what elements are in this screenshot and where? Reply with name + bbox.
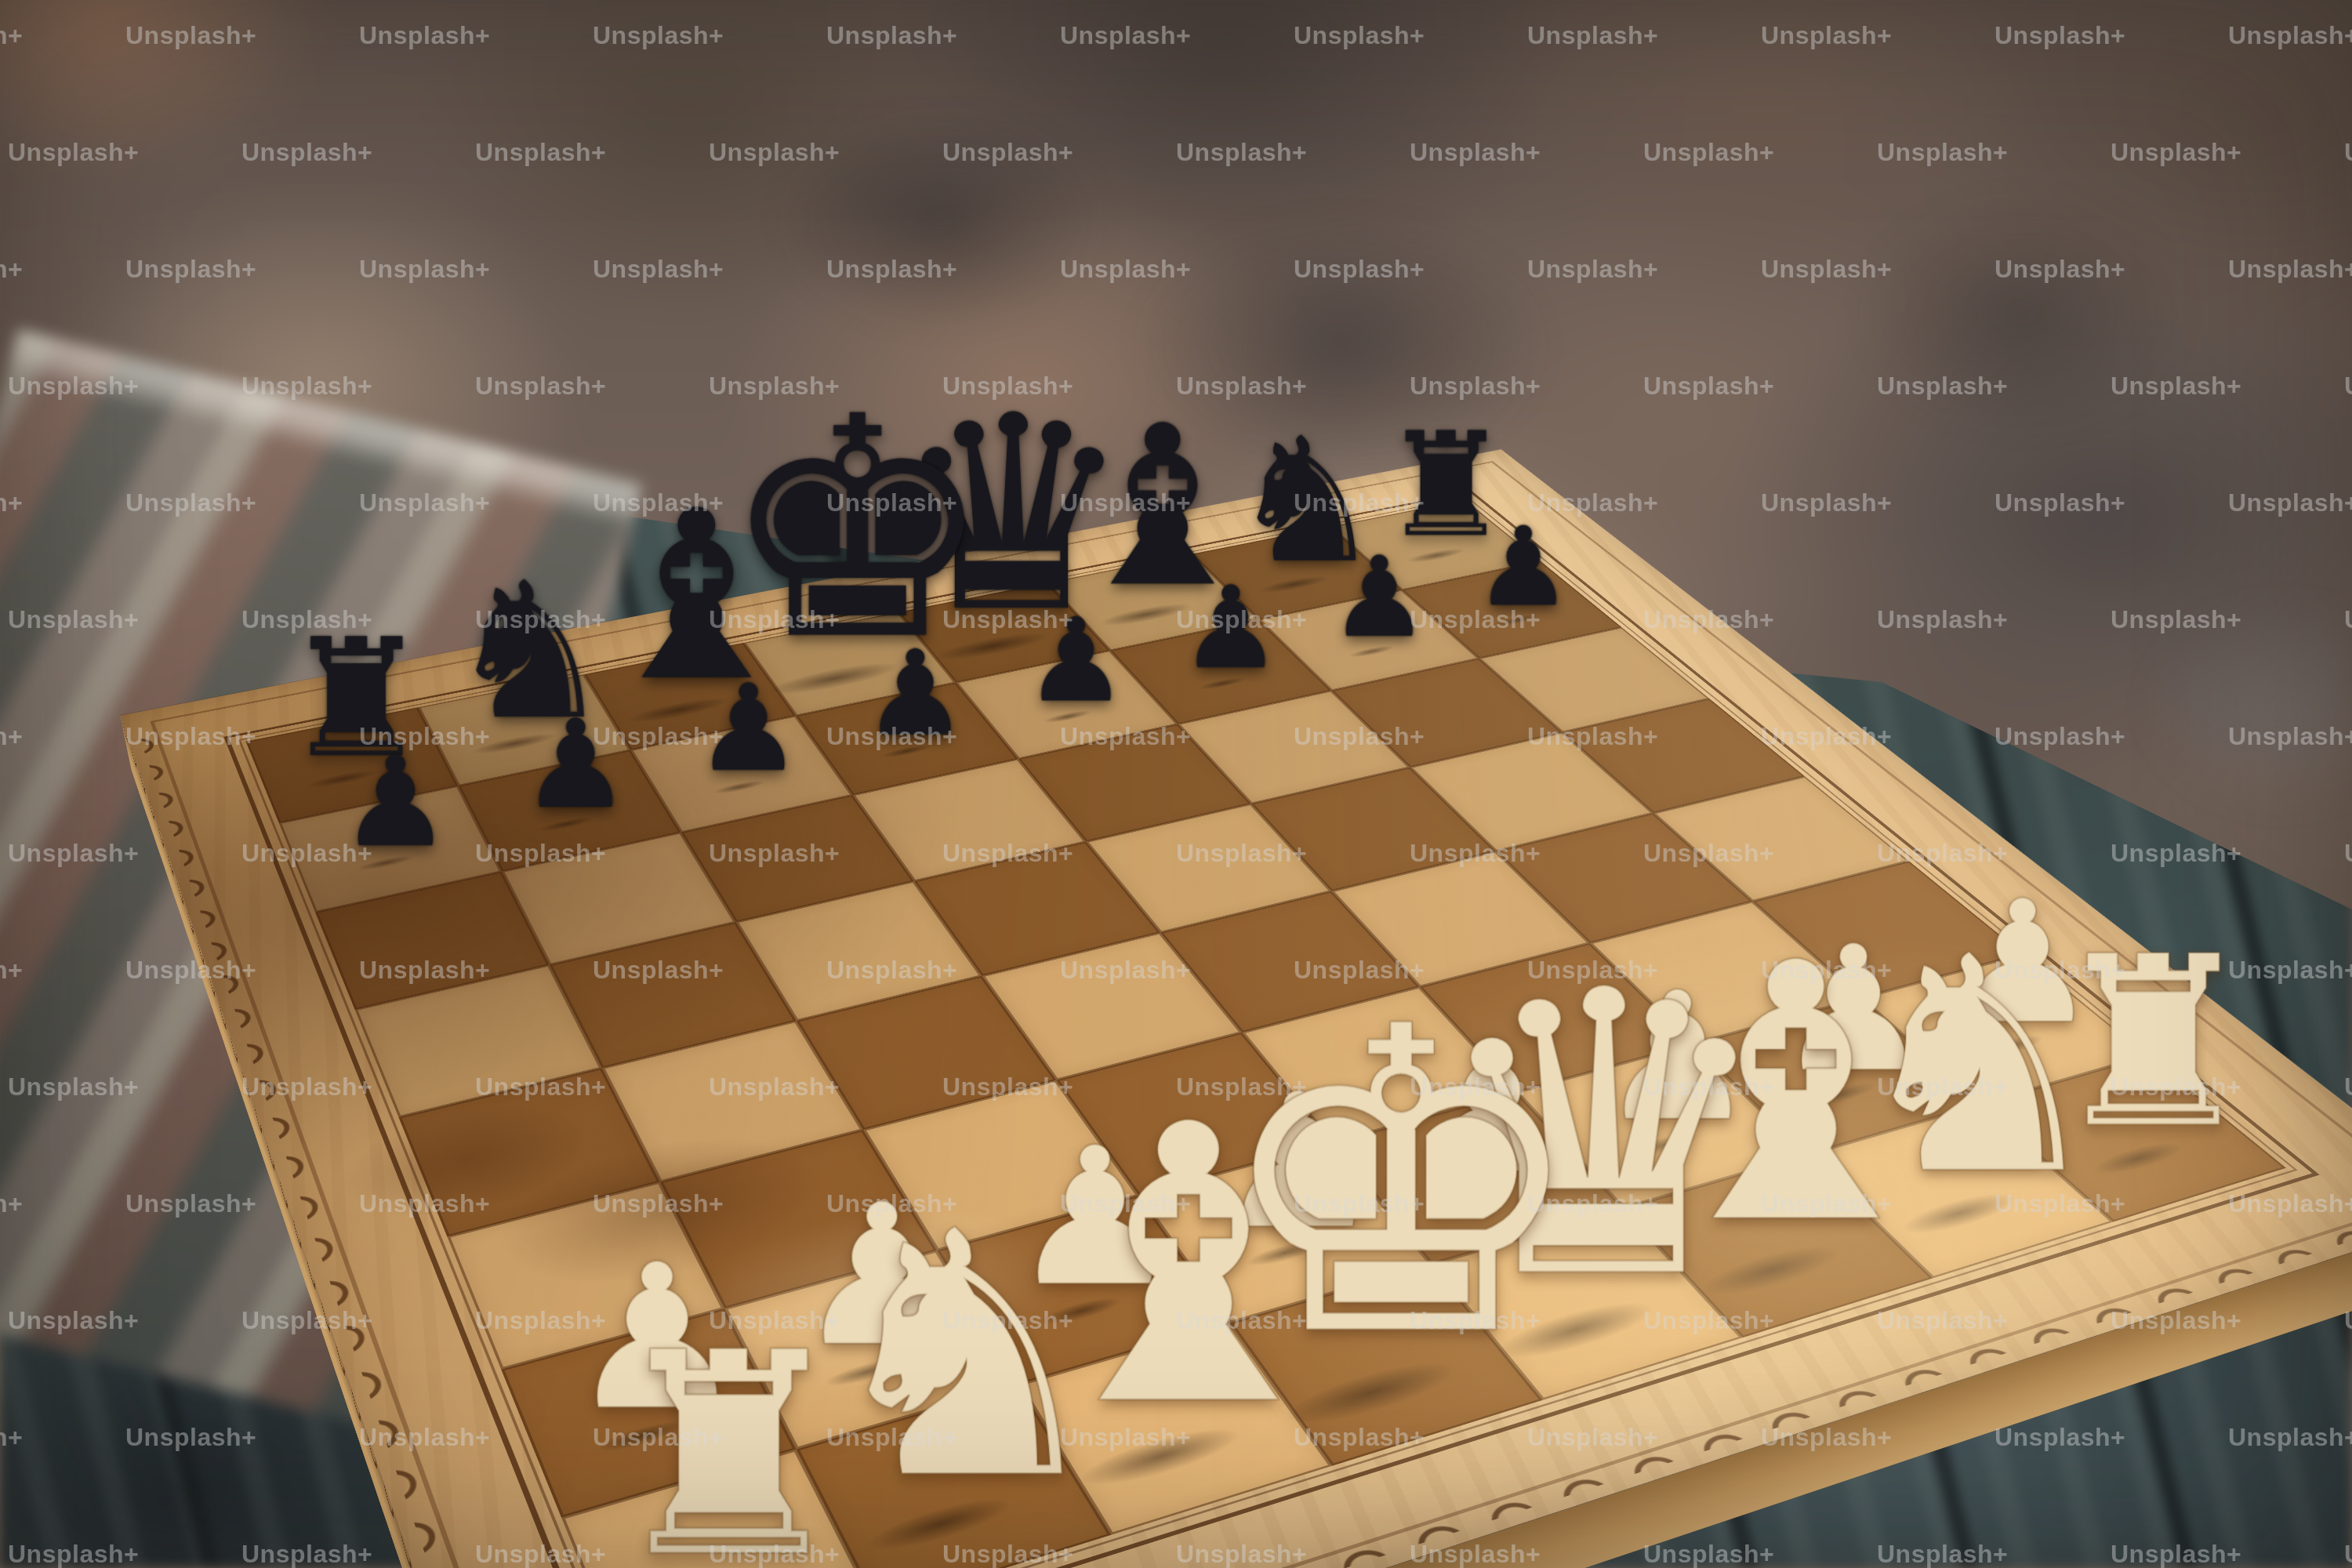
black-pawn-icon: ♟ (521, 706, 630, 822)
black-pawn-icon: ♟ (339, 742, 452, 861)
black-pawn-icon: ♟ (695, 671, 802, 785)
white-rook-icon: ♜ (603, 1323, 854, 1568)
black-pawn-icon: ♟ (1330, 544, 1429, 650)
black-pawn-icon: ♟ (1024, 605, 1127, 715)
black-pawn-icon: ♟ (1475, 515, 1573, 619)
black-pawn-icon: ♟ (862, 638, 968, 750)
white-knight-icon: ♞ (813, 1196, 1116, 1517)
photo-scene: ♜♞♝♛♚♝♞♜♟♟♟♟♟♟♟♟♟♟♟♟♟♟♟♟♜♞♝♛♚♝♞♜ Unsplas… (0, 0, 2352, 1568)
black-pawn-icon: ♟ (1180, 575, 1282, 682)
